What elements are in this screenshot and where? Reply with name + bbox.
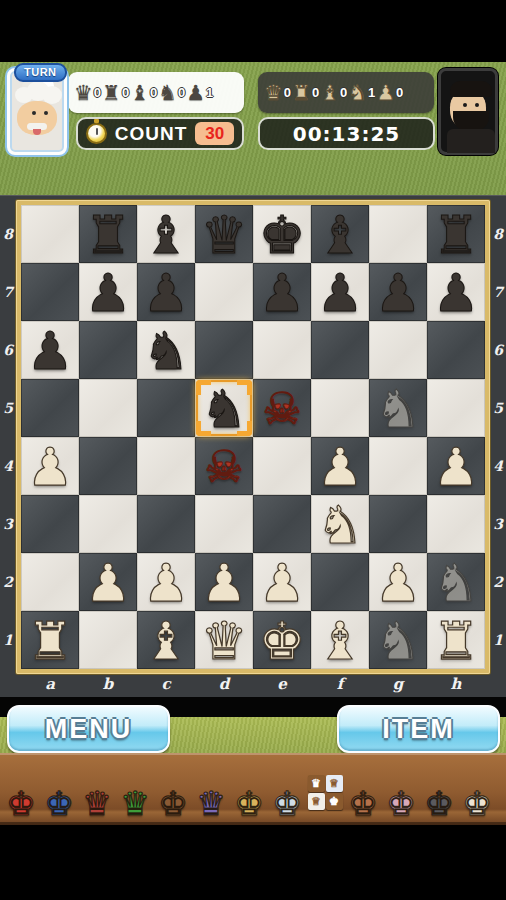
skin-cat-king-green-robe[interactable]: ♛	[117, 760, 153, 820]
captured-white-knight-slot: ♞1	[348, 82, 375, 103]
black-pawn-a6[interactable]: ♟	[21, 295, 79, 379]
white-rook-h1[interactable]: ♜	[427, 585, 485, 669]
skin-flat-tile-piece-set[interactable]: ♛♕♕♚	[307, 760, 343, 820]
rank-label-4: 4	[490, 437, 506, 495]
white-rook-icon: ♜	[292, 82, 311, 103]
rank-label-8: 8	[0, 205, 16, 263]
move-count-panel: COUNT 30	[76, 117, 244, 150]
black-queen-d8[interactable]: ♛	[195, 179, 253, 263]
ghost-white-knight-g5: ♞	[369, 353, 427, 437]
black-knight-icon: ♞	[158, 82, 177, 103]
top-status-bar	[0, 0, 506, 62]
file-label-h: h	[427, 672, 485, 696]
captured-white-pawn-count: 0	[396, 85, 403, 100]
black-rook-icon: ♜	[102, 82, 121, 103]
item-button-label: ITEM	[382, 714, 455, 745]
right-player-avatar	[438, 68, 498, 155]
skin-matryoshka-king-brown[interactable]: ♚	[155, 760, 191, 820]
bottom-status-bar	[0, 825, 506, 900]
eye	[475, 103, 479, 107]
white-pawn-b2[interactable]: ♟	[79, 527, 137, 611]
file-label-c: c	[137, 672, 195, 696]
rank-labels-right: 87654321	[490, 205, 506, 669]
black-pawn-g7[interactable]: ♟	[369, 237, 427, 321]
captured-black-knight-count: 0	[178, 85, 185, 100]
black-pawn-f7[interactable]: ♟	[311, 237, 369, 321]
file-label-a: a	[21, 672, 79, 696]
captured-black-queen-count: 0	[94, 85, 101, 100]
file-label-e: e	[253, 672, 311, 696]
black-knight-d5[interactable]: ♞	[195, 353, 253, 437]
captured-black-queen-slot: ♛0	[74, 82, 101, 103]
cat-king-red-robe-icon: ♛	[82, 787, 112, 820]
flat-tile: ♛	[308, 775, 325, 792]
rose-king-icon: ♚	[386, 787, 416, 820]
matryoshka-king-brown-icon: ♚	[158, 787, 188, 820]
silver-classic-king-icon: ♚	[272, 787, 302, 820]
white-knight-icon: ♞	[348, 82, 367, 103]
turn-badge: TURN	[14, 63, 67, 82]
ivory-king-icon: ♚	[462, 787, 492, 820]
black-knight-c6[interactable]: ♞	[137, 295, 195, 379]
file-labels: abcdefgh	[21, 672, 485, 696]
captured-white-knight-count: 1	[368, 85, 375, 100]
captured-black-knight-slot: ♞0	[158, 82, 185, 103]
menu-button[interactable]: MENU	[7, 705, 170, 753]
stopwatch-icon	[86, 123, 107, 144]
skin-silver-classic-king[interactable]: ♚	[269, 760, 305, 820]
captured-white-rook-slot: ♜0	[292, 82, 319, 103]
skin-matryoshka-queen-purple[interactable]: ♛	[193, 760, 229, 820]
skin-rose-king[interactable]: ♚	[383, 760, 419, 820]
flat-tile: ♕	[308, 793, 325, 810]
rank-label-7: 7	[0, 263, 16, 321]
item-button[interactable]: ITEM	[337, 705, 500, 753]
red-royal-king-icon: ♚	[6, 787, 36, 820]
eye	[44, 111, 48, 115]
rank-label-3: 3	[490, 495, 506, 553]
blue-royal-king-icon: ♚	[44, 787, 74, 820]
flat-tile: ♕	[326, 775, 343, 792]
captured-black-bishop-slot: ♝0	[130, 82, 157, 103]
danger-skull-icon-e5: ☠	[253, 379, 311, 437]
white-queen-d1[interactable]: ♛	[195, 585, 253, 669]
black-bishop-icon: ♝	[130, 82, 149, 103]
captured-black-rook-slot: ♜0	[102, 82, 129, 103]
gold-classic-king-icon: ♚	[234, 787, 264, 820]
white-king-e1[interactable]: ♚	[253, 585, 311, 669]
file-label-g: g	[369, 672, 427, 696]
captured-black-pawn-count: 1	[206, 85, 213, 100]
rank-label-1: 1	[490, 611, 506, 669]
skin-copper-king[interactable]: ♚	[345, 760, 381, 820]
lincoln-beard	[453, 111, 489, 131]
white-pawn-h4[interactable]: ♟	[427, 411, 485, 495]
white-bishop-c1[interactable]: ♝	[137, 585, 195, 669]
board-overlay: ☠☠♞♞♞♜♝♛♚♝♜♟♟♟♟♟♟♟♞♞♟♟♟♞♟♟♟♟♟♜♝♛♚♝♜	[21, 205, 485, 669]
captured-black-rook-count: 0	[122, 85, 129, 100]
white-bishop-icon: ♝	[320, 82, 339, 103]
captured-white-rook-count: 0	[312, 85, 319, 100]
rank-label-2: 2	[0, 553, 16, 611]
rank-label-3: 3	[0, 495, 16, 553]
black-queen-icon: ♛	[74, 82, 93, 103]
captured-white-bishop-count: 0	[340, 85, 347, 100]
black-pawn-icon: ♟	[186, 82, 205, 103]
captured-white-pawn-slot: ♟0	[376, 82, 403, 103]
menu-button-label: MENU	[45, 714, 133, 745]
flat-tile: ♚	[326, 793, 343, 810]
rank-label-6: 6	[0, 321, 16, 379]
file-label-f: f	[311, 672, 369, 696]
white-pawn-icon: ♟	[376, 82, 395, 103]
file-label-d: d	[195, 672, 253, 696]
rank-label-5: 5	[490, 379, 506, 437]
count-label: COUNT	[115, 123, 188, 145]
white-rook-a1[interactable]: ♜	[21, 585, 79, 669]
skin-blue-royal-king[interactable]: ♚	[41, 760, 77, 820]
white-queen-icon: ♛	[264, 82, 283, 103]
black-pawn-h7[interactable]: ♟	[427, 237, 485, 321]
captured-white-queen-slot: ♛0	[264, 82, 291, 103]
skin-red-royal-king[interactable]: ♚	[3, 760, 39, 820]
rank-label-8: 8	[490, 205, 506, 263]
chess-board: ☠☠♞♞♞♜♝♛♚♝♜♟♟♟♟♟♟♟♞♞♟♟♟♞♟♟♟♟♟♜♝♛♚♝♜ 8765…	[0, 195, 506, 697]
eye	[463, 103, 467, 107]
game-timer-panel: 00:13:25	[258, 117, 435, 150]
skin-cat-king-red-robe[interactable]: ♛	[79, 760, 115, 820]
flat-tile-set-icon: ♛♕♕♚	[308, 775, 343, 810]
cat-king-green-robe-icon: ♛	[120, 787, 150, 820]
black-pawn-b7[interactable]: ♟	[79, 237, 137, 321]
matryoshka-queen-purple-icon: ♛	[196, 787, 226, 820]
captured-white-pieces-tray: ♛0♜0♝0♞1♟0	[258, 72, 434, 113]
eye	[32, 111, 36, 115]
rank-label-7: 7	[490, 263, 506, 321]
count-value: 30	[195, 122, 234, 145]
lincoln-suit	[447, 129, 495, 153]
rank-labels-left: 87654321	[0, 205, 16, 669]
captured-black-pawn-slot: ♟1	[186, 82, 213, 103]
gunmetal-king-icon: ♚	[424, 787, 454, 820]
rank-label-5: 5	[0, 379, 16, 437]
captured-white-bishop-slot: ♝0	[320, 82, 347, 103]
game-screen: ♛0♜0♝0♞0♟1 ♛0♜0♝0♞1♟0 TURN COUNT 30 00:1…	[0, 0, 506, 900]
lincoln-hair	[450, 81, 492, 97]
danger-skull-icon-d4: ☠	[195, 437, 253, 495]
skin-gold-classic-king[interactable]: ♚	[231, 760, 267, 820]
skin-gunmetal-king[interactable]: ♚	[421, 760, 457, 820]
rank-label-4: 4	[0, 437, 16, 495]
white-bishop-f1[interactable]: ♝	[311, 585, 369, 669]
captured-white-queen-count: 0	[284, 85, 291, 100]
white-pawn-a4[interactable]: ♟	[21, 411, 79, 495]
file-label-b: b	[79, 672, 137, 696]
captured-black-pieces-tray: ♛0♜0♝0♞0♟1	[68, 72, 244, 113]
skin-ivory-king[interactable]: ♚	[459, 760, 495, 820]
piece-skin-row: ♚♚♛♛♚♛♚♚♛♕♕♚♚♚♚♚	[3, 756, 503, 820]
timer-value: 00:13:25	[293, 122, 401, 146]
captured-black-bishop-count: 0	[150, 85, 157, 100]
white-pawn-g2[interactable]: ♟	[369, 527, 427, 611]
rank-label-6: 6	[490, 321, 506, 379]
rank-label-1: 1	[0, 611, 16, 669]
white-knight-f3[interactable]: ♞	[311, 469, 369, 553]
copper-king-icon: ♚	[348, 787, 378, 820]
rank-label-2: 2	[490, 553, 506, 611]
black-pawn-e7[interactable]: ♟	[253, 237, 311, 321]
